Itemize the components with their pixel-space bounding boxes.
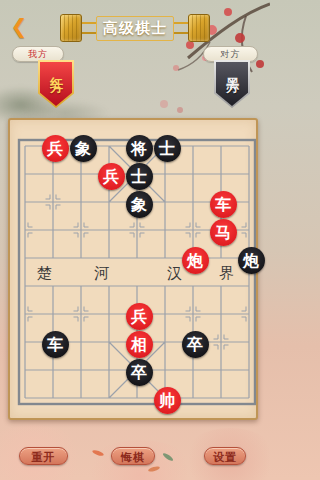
piece-black-士[interactable]: 士 [126, 163, 153, 190]
piece-black-士[interactable]: 士 [154, 135, 181, 162]
piece-red-马[interactable]: 马 [210, 219, 237, 246]
piece-red-兵[interactable]: 兵 [126, 303, 153, 330]
piece-red-车[interactable]: 车 [210, 191, 237, 218]
piece-black-象[interactable]: 象 [126, 191, 153, 218]
banner-line [174, 22, 188, 34]
piece-red-兵[interactable]: 兵 [98, 163, 125, 190]
red-side-label: 红方 [47, 67, 65, 71]
banner-ornament-right [188, 14, 210, 42]
piece-black-车[interactable]: 车 [42, 331, 69, 358]
restart-button[interactable]: 重开 [19, 447, 68, 465]
undo-move-button[interactable]: 悔棋 [111, 447, 155, 465]
my-side-pill: 我方 [12, 46, 64, 62]
settings-button[interactable]: 设置 [204, 447, 246, 465]
opponent-side-pill: 对方 [203, 46, 258, 62]
board-intersections[interactable]: 兵象将士兵士象车马炮炮兵车相卒卒帅 [13, 134, 265, 414]
black-side-label: 黑方 [223, 67, 241, 71]
banner-line [82, 22, 96, 34]
piece-black-卒[interactable]: 卒 [182, 331, 209, 358]
piece-red-兵[interactable]: 兵 [42, 135, 69, 162]
piece-black-炮[interactable]: 炮 [238, 247, 265, 274]
back-chevron-icon[interactable]: ❮ [8, 14, 30, 38]
piece-red-帅[interactable]: 帅 [154, 387, 181, 414]
piece-red-炮[interactable]: 炮 [182, 247, 209, 274]
page-title: 高级棋士 [96, 16, 174, 41]
piece-red-相[interactable]: 相 [126, 331, 153, 358]
xiangqi-board[interactable]: 楚河 汉界 兵象将士兵士象车马炮炮兵车相卒卒帅 [8, 118, 258, 420]
piece-black-卒[interactable]: 卒 [126, 359, 153, 386]
piece-black-将[interactable]: 将 [126, 135, 153, 162]
title-banner: 高级棋士 [60, 13, 210, 43]
banner-ornament-left [60, 14, 82, 42]
piece-black-象[interactable]: 象 [70, 135, 97, 162]
